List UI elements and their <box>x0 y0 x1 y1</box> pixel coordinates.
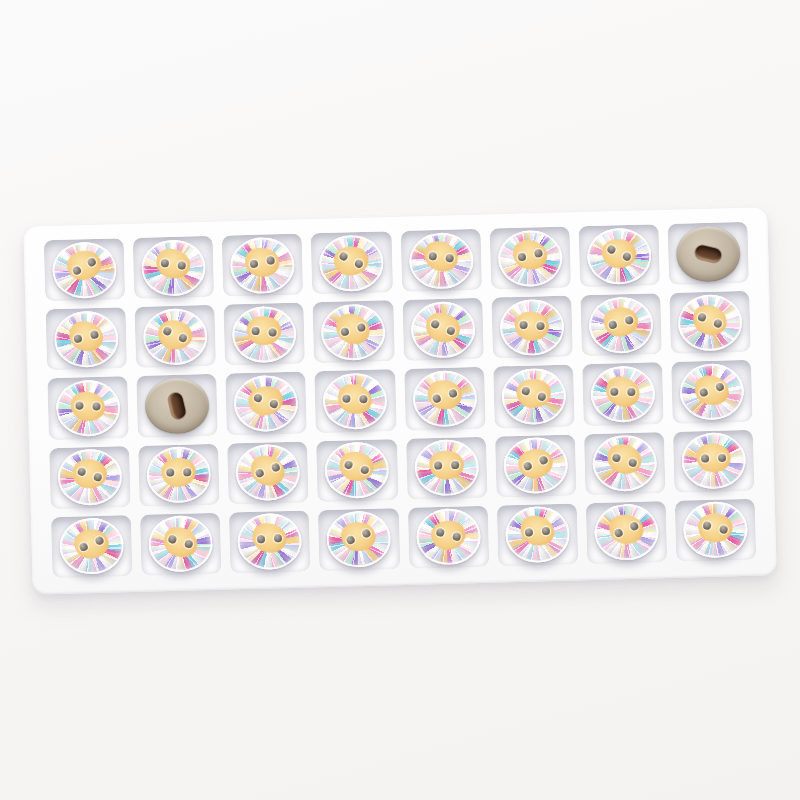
tray-cell <box>51 515 133 578</box>
tray-cell <box>673 429 755 492</box>
tray-cell <box>225 372 307 435</box>
thread-hole <box>428 252 437 261</box>
thread-hole <box>702 521 712 531</box>
thread-hole <box>536 321 544 329</box>
tray-cell <box>495 434 577 497</box>
tray-cell <box>669 291 751 354</box>
thread-hole <box>524 528 533 537</box>
button-face-up <box>505 506 570 564</box>
thread-hole <box>340 326 350 336</box>
thread-hole <box>627 388 635 396</box>
button-face-up <box>321 303 386 361</box>
thread-hole <box>73 333 83 343</box>
thread-hole <box>90 329 100 339</box>
tray-cell <box>133 236 215 299</box>
tray-cell <box>138 443 220 506</box>
thread-hole <box>434 461 442 469</box>
tray-cell <box>44 238 126 301</box>
tray-cell <box>491 296 573 359</box>
thread-hole <box>274 534 282 542</box>
button-face-up <box>234 375 299 433</box>
button-face-up <box>52 241 117 299</box>
button-face-up <box>235 444 300 502</box>
thread-hole <box>92 402 100 410</box>
tray-cell <box>584 432 666 495</box>
button-face-up <box>57 449 122 507</box>
tray-cell <box>578 224 660 287</box>
thread-hole <box>541 527 550 536</box>
button-face-up <box>412 370 477 428</box>
thread-hole <box>269 328 278 337</box>
button-face-up <box>326 511 391 569</box>
button-face-up <box>681 432 746 490</box>
thread-holes <box>343 394 368 403</box>
button-face-up <box>148 515 213 573</box>
tray-cell <box>135 305 217 368</box>
thread-hole <box>360 395 368 403</box>
thread-holes <box>434 461 459 470</box>
button-face-up <box>146 446 211 504</box>
tray-cell <box>580 293 662 356</box>
button-face-up <box>325 442 390 500</box>
button-face-up <box>237 513 302 571</box>
tray-cell <box>311 231 393 294</box>
tray-cell <box>402 298 484 361</box>
button-face-up <box>319 234 384 292</box>
tray-cell <box>316 439 398 502</box>
button-face-up <box>594 504 659 562</box>
back-slot-hole <box>694 244 723 264</box>
thread-hole <box>183 468 191 476</box>
tray-cell <box>227 441 309 504</box>
tray-cell <box>489 227 571 290</box>
tray-cell <box>496 503 578 566</box>
button-face-up <box>679 363 744 421</box>
tray-cell <box>140 513 222 576</box>
tray-cell <box>493 365 575 428</box>
button-face-up <box>230 236 295 294</box>
thread-hole <box>451 461 459 469</box>
thread-holes <box>519 320 544 330</box>
tray-cell <box>313 300 395 363</box>
thread-holes <box>252 326 278 336</box>
button-face-up <box>677 294 742 352</box>
thread-hole <box>343 394 351 402</box>
thread-holes <box>166 468 191 476</box>
button-face-down <box>675 225 740 283</box>
tray-cell <box>229 510 311 573</box>
button-face-up <box>501 368 566 426</box>
thread-hole <box>610 387 618 395</box>
back-slot-hole <box>167 392 187 421</box>
button-face-up <box>55 379 120 437</box>
button-face-up <box>588 296 653 354</box>
button-face-up <box>59 518 124 576</box>
thread-hole <box>75 401 83 409</box>
button-face-up <box>590 365 655 423</box>
thread-holes <box>701 454 726 463</box>
tray-cell <box>582 363 664 426</box>
thread-hole <box>166 468 174 476</box>
button-face-up <box>415 508 480 566</box>
thread-hole <box>624 315 634 325</box>
tray-cell <box>222 234 304 297</box>
tray-cell <box>585 501 667 564</box>
thread-holes <box>75 401 100 410</box>
thread-hole <box>519 320 527 328</box>
tray-cell <box>404 367 486 430</box>
button-face-up <box>323 372 388 430</box>
tray-cell <box>407 506 489 569</box>
button-tray <box>23 207 776 594</box>
thread-hole <box>161 259 170 268</box>
button-face-up <box>586 227 651 285</box>
product-photo <box>0 0 800 800</box>
button-face-up <box>410 301 475 359</box>
thread-holes <box>610 387 635 395</box>
tray-cell <box>400 229 482 292</box>
tray-cell <box>224 303 306 366</box>
button-face-up <box>143 308 208 366</box>
tray-cell <box>675 499 757 562</box>
button-face-up <box>592 435 657 493</box>
button-face-down <box>145 377 210 435</box>
button-face-up <box>408 232 473 290</box>
tray-grid <box>44 222 757 578</box>
tray-cell <box>49 446 131 509</box>
thread-hole <box>252 326 261 335</box>
button-face-up <box>232 305 297 363</box>
tray-cell <box>667 222 749 285</box>
thread-hole <box>344 460 354 470</box>
button-face-up <box>141 239 206 297</box>
thread-hole <box>718 454 726 462</box>
button-face-up <box>503 437 568 495</box>
button-face-up <box>683 501 748 559</box>
tray-cell <box>45 307 127 370</box>
thread-hole <box>177 261 186 270</box>
thread-hole <box>257 535 265 543</box>
thread-hole <box>701 454 709 462</box>
thread-hole <box>445 254 454 263</box>
tray-cell <box>47 377 129 440</box>
tray-cell <box>318 508 400 571</box>
thread-hole <box>608 319 618 329</box>
tray-cell <box>671 360 753 423</box>
button-face-up <box>499 298 564 356</box>
tray-cell <box>315 370 397 433</box>
button-face-up <box>414 439 479 497</box>
tray-cell <box>136 374 218 437</box>
tray-cell <box>405 436 487 499</box>
button-face-up <box>497 229 562 287</box>
button-face-up <box>54 310 119 368</box>
